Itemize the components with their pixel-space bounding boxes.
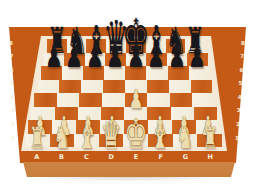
white-rook-h1[interactable]: ♜ xyxy=(202,124,218,153)
black-pawn-a7[interactable]: ♟ xyxy=(45,40,63,72)
white-rook-a1[interactable]: ♜ xyxy=(29,124,45,153)
white-king-e1[interactable]: ♚ xyxy=(124,114,147,155)
black-pawn-h7[interactable]: ♟ xyxy=(188,40,206,72)
black-pawn-f7[interactable]: ♟ xyxy=(147,40,165,72)
chess-pieces: ♜♞♝♛♚♝♞♜♟♟♟♟♟♟♟♟♟♟♟♟♟♟♟♟♜♞♝♛♚♝♞♜ xyxy=(0,0,255,184)
white-knight-g1[interactable]: ♞ xyxy=(176,122,193,153)
black-pawn-c7[interactable]: ♟ xyxy=(86,40,104,72)
black-pawn-e7[interactable]: ♟ xyxy=(127,40,145,72)
white-knight-b1[interactable]: ♞ xyxy=(53,122,70,153)
black-pawn-d7[interactable]: ♟ xyxy=(106,40,124,72)
white-pawn-e4[interactable]: ♟ xyxy=(129,86,143,112)
white-queen-d1[interactable]: ♛ xyxy=(101,116,122,154)
black-pawn-g7[interactable]: ♟ xyxy=(168,40,186,72)
chessboard-photo: ABCDEFGH1122334455667788 ♜♞♝♛♚♝♞♜♟♟♟♟♟♟♟… xyxy=(0,0,255,184)
white-bishop-f1[interactable]: ♝ xyxy=(151,120,169,153)
white-bishop-c1[interactable]: ♝ xyxy=(77,120,95,153)
black-pawn-b7[interactable]: ♟ xyxy=(65,40,83,72)
